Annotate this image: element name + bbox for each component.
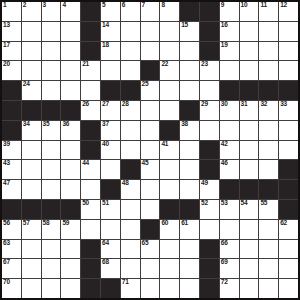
blocked-cell: [180, 101, 199, 120]
grid-cell[interactable]: [141, 259, 160, 278]
grid-cell[interactable]: 28: [121, 101, 140, 120]
grid-cell[interactable]: [279, 141, 298, 160]
clue-number: 9: [221, 2, 224, 9]
clue-number: 14: [102, 22, 109, 29]
clue-number: 19: [221, 42, 228, 49]
clue-number: 22: [161, 61, 168, 68]
grid-cell[interactable]: [81, 220, 100, 239]
clue-number: 61: [181, 220, 188, 227]
grid-cell[interactable]: [160, 180, 179, 199]
blocked-cell: [101, 279, 120, 298]
blocked-cell: [81, 121, 100, 140]
grid-cell[interactable]: [279, 240, 298, 259]
grid-cell[interactable]: 60: [160, 220, 179, 239]
blocked-cell: [81, 240, 100, 259]
grid-cell[interactable]: 56: [2, 220, 21, 239]
blocked-cell: [220, 81, 239, 100]
grid-cell[interactable]: 22: [160, 61, 179, 80]
grid-cell[interactable]: 17: [2, 42, 21, 61]
clue-number: 23: [201, 61, 208, 68]
clue-number: 68: [102, 259, 109, 266]
grid-cell[interactable]: [61, 160, 80, 179]
blocked-cell: [42, 101, 61, 120]
blocked-cell: [81, 279, 100, 298]
grid-cell[interactable]: [160, 101, 179, 120]
grid-cell[interactable]: [259, 121, 278, 140]
grid-cell[interactable]: [220, 61, 239, 80]
grid-cell[interactable]: 50: [81, 200, 100, 219]
clue-number: 55: [260, 200, 267, 207]
blocked-cell: [180, 200, 199, 219]
clue-number: 8: [161, 2, 164, 9]
grid-cell[interactable]: [240, 160, 259, 179]
grid-cell[interactable]: [180, 42, 199, 61]
grid-cell[interactable]: [121, 42, 140, 61]
clue-number: 37: [102, 121, 109, 128]
grid-cell[interactable]: 31: [240, 101, 259, 120]
grid-cell[interactable]: 53: [220, 200, 239, 219]
grid-cell[interactable]: [220, 121, 239, 140]
clue-number: 60: [161, 220, 168, 227]
grid-cell[interactable]: [200, 220, 219, 239]
clue-number: 3: [43, 2, 46, 9]
clue-number: 15: [181, 22, 188, 29]
clue-number: 25: [142, 81, 149, 88]
grid-cell[interactable]: [61, 180, 80, 199]
grid-cell[interactable]: 57: [22, 220, 41, 239]
clue-number: 56: [3, 220, 10, 227]
clue-number: 48: [122, 180, 129, 187]
grid-cell[interactable]: [121, 240, 140, 259]
grid-cell[interactable]: [22, 61, 41, 80]
blocked-cell: [240, 180, 259, 199]
clue-number: 29: [201, 101, 208, 108]
clue-number: 70: [3, 279, 10, 286]
clue-number: 26: [82, 101, 89, 108]
clue-number: 59: [62, 220, 69, 227]
grid-cell[interactable]: 41: [160, 141, 179, 160]
grid-cell[interactable]: [42, 180, 61, 199]
clue-number: 30: [221, 101, 228, 108]
grid-cell[interactable]: [22, 259, 41, 278]
clue-number: 11: [260, 2, 266, 9]
grid-cell[interactable]: [61, 81, 80, 100]
blocked-cell: [101, 180, 120, 199]
blocked-cell: [81, 259, 100, 278]
grid-cell[interactable]: 44: [81, 160, 100, 179]
grid-cell[interactable]: 63: [2, 240, 21, 259]
grid-cell[interactable]: [61, 259, 80, 278]
grid-cell[interactable]: [101, 61, 120, 80]
grid-cell[interactable]: [42, 81, 61, 100]
clue-number: 6: [122, 2, 125, 9]
grid-cell[interactable]: 52: [200, 200, 219, 219]
clue-number: 21: [82, 61, 89, 68]
clue-number: 31: [241, 101, 248, 108]
grid-cell[interactable]: 40: [101, 141, 120, 160]
clue-number: 40: [102, 141, 109, 148]
clue-number: 49: [201, 180, 208, 187]
grid-cell[interactable]: [259, 240, 278, 259]
grid-cell[interactable]: [180, 240, 199, 259]
clue-number: 45: [142, 160, 149, 167]
grid-cell[interactable]: [141, 200, 160, 219]
blocked-cell: [160, 200, 179, 219]
grid-cell[interactable]: 70: [2, 279, 21, 298]
grid-cell[interactable]: 1: [2, 2, 21, 21]
grid-cell[interactable]: 7: [141, 2, 160, 21]
grid-cell[interactable]: 21: [81, 61, 100, 80]
clue-number: 12: [280, 2, 287, 9]
grid-cell[interactable]: 64: [101, 240, 120, 259]
clue-number: 42: [221, 141, 228, 148]
grid-cell[interactable]: 25: [141, 81, 160, 100]
grid-cell[interactable]: [279, 22, 298, 41]
clue-number: 18: [102, 42, 109, 49]
grid-cell[interactable]: [61, 141, 80, 160]
blocked-cell: [200, 42, 219, 61]
grid-cell[interactable]: 49: [200, 180, 219, 199]
grid-cell[interactable]: [101, 160, 120, 179]
grid-cell[interactable]: 13: [2, 22, 21, 41]
grid-cell[interactable]: 46: [220, 160, 239, 179]
grid-cell[interactable]: [141, 141, 160, 160]
grid-cell[interactable]: [42, 22, 61, 41]
blocked-cell: [81, 42, 100, 61]
grid-cell[interactable]: [160, 259, 179, 278]
grid-cell[interactable]: [121, 220, 140, 239]
blocked-cell: [279, 180, 298, 199]
grid-cell[interactable]: [42, 259, 61, 278]
clue-number: 44: [82, 160, 89, 167]
grid-cell[interactable]: [22, 160, 41, 179]
blocked-cell: [42, 200, 61, 219]
grid-cell[interactable]: 35: [42, 121, 61, 140]
clue-number: 62: [280, 220, 287, 227]
clue-number: 53: [221, 200, 228, 207]
grid-cell[interactable]: 4: [61, 2, 80, 21]
grid-cell[interactable]: [81, 180, 100, 199]
grid-cell[interactable]: [101, 220, 120, 239]
grid-cell[interactable]: [259, 160, 278, 179]
grid-cell[interactable]: [259, 279, 278, 298]
grid-cell[interactable]: 67: [2, 259, 21, 278]
clue-number: 10: [241, 2, 248, 9]
grid-cell[interactable]: [259, 259, 278, 278]
grid-cell[interactable]: [141, 101, 160, 120]
grid-cell[interactable]: [240, 22, 259, 41]
blocked-cell: [160, 121, 179, 140]
grid-cell[interactable]: [240, 240, 259, 259]
clue-number: 41: [161, 141, 168, 148]
grid-cell[interactable]: [220, 220, 239, 239]
clue-number: 67: [3, 259, 10, 266]
blocked-cell: [220, 180, 239, 199]
clue-number: 57: [23, 220, 30, 227]
grid-cell[interactable]: 61: [180, 220, 199, 239]
grid-cell[interactable]: 29: [200, 101, 219, 120]
clue-number: 33: [280, 101, 287, 108]
blocked-cell: [81, 2, 100, 21]
clue-number: 27: [102, 101, 109, 108]
grid-cell[interactable]: [259, 141, 278, 160]
clue-number: 2: [23, 2, 26, 9]
blocked-cell: [200, 2, 219, 21]
clue-number: 51: [102, 200, 109, 207]
grid-cell[interactable]: 62: [279, 220, 298, 239]
clue-number: 52: [201, 200, 208, 207]
grid-cell[interactable]: [279, 61, 298, 80]
clue-number: 46: [221, 160, 228, 167]
grid-cell[interactable]: [61, 42, 80, 61]
grid-cell[interactable]: [121, 200, 140, 219]
grid-cell[interactable]: [160, 279, 179, 298]
clue-number: 38: [181, 121, 188, 128]
grid-cell[interactable]: [279, 279, 298, 298]
grid-cell[interactable]: [279, 121, 298, 140]
grid-cell[interactable]: 38: [180, 121, 199, 140]
blocked-cell: [180, 2, 199, 21]
crossword-board: 1234567891011121314151617181920212223242…: [0, 0, 300, 300]
grid-cell[interactable]: 58: [42, 220, 61, 239]
grid-cell[interactable]: [61, 61, 80, 80]
grid-cell[interactable]: [180, 259, 199, 278]
grid-cell[interactable]: 18: [101, 42, 120, 61]
grid-cell[interactable]: [259, 42, 278, 61]
grid-cell[interactable]: [160, 42, 179, 61]
grid-cell[interactable]: [240, 220, 259, 239]
blocked-cell: [200, 22, 219, 41]
clue-number: 35: [43, 121, 50, 128]
grid-cell[interactable]: [42, 42, 61, 61]
clue-number: 5: [102, 2, 105, 9]
grid-cell[interactable]: 71: [121, 279, 140, 298]
clue-number: 54: [241, 200, 248, 207]
blocked-cell: [101, 81, 120, 100]
grid-cell[interactable]: 10: [240, 2, 259, 21]
grid-cell[interactable]: [22, 141, 41, 160]
grid-cell[interactable]: 9: [220, 2, 239, 21]
clue-number: 58: [43, 220, 50, 227]
blocked-cell: [2, 121, 21, 140]
grid-cell[interactable]: 43: [2, 160, 21, 179]
grid-cell[interactable]: 65: [141, 240, 160, 259]
grid-cell[interactable]: 16: [220, 22, 239, 41]
grid-cell[interactable]: 12: [279, 2, 298, 21]
clue-number: 65: [142, 240, 149, 247]
grid-cell[interactable]: [160, 240, 179, 259]
clue-number: 7: [142, 2, 145, 9]
blocked-cell: [200, 160, 219, 179]
grid-cell[interactable]: 5: [101, 2, 120, 21]
blocked-cell: [240, 81, 259, 100]
grid-cell[interactable]: 30: [220, 101, 239, 120]
grid-cell[interactable]: [180, 81, 199, 100]
grid-cell[interactable]: 23: [200, 61, 219, 80]
grid-cell[interactable]: [279, 42, 298, 61]
grid-cell[interactable]: 66: [220, 240, 239, 259]
clue-number: 28: [122, 101, 129, 108]
grid-cell[interactable]: [61, 240, 80, 259]
grid-cell[interactable]: [180, 279, 199, 298]
clue-number: 64: [102, 240, 109, 247]
grid-cell[interactable]: [259, 220, 278, 239]
grid-cell[interactable]: 72: [220, 279, 239, 298]
grid-cell[interactable]: 15: [180, 22, 199, 41]
grid-cell[interactable]: 19: [220, 42, 239, 61]
clue-number: 71: [122, 279, 129, 286]
clue-number: 20: [3, 61, 10, 68]
grid-cell[interactable]: [240, 42, 259, 61]
clue-number: 36: [62, 121, 69, 128]
grid-cell[interactable]: [61, 22, 80, 41]
clue-number: 66: [221, 240, 228, 247]
grid-cell[interactable]: [61, 279, 80, 298]
grid-cell[interactable]: [200, 121, 219, 140]
blocked-cell: [121, 81, 140, 100]
grid-cell[interactable]: 36: [61, 121, 80, 140]
grid-cell[interactable]: [121, 259, 140, 278]
blocked-cell: [2, 81, 21, 100]
clue-number: 16: [221, 22, 228, 29]
blocked-cell: [141, 220, 160, 239]
grid-cell[interactable]: 11: [259, 2, 278, 21]
grid-cell[interactable]: [180, 180, 199, 199]
grid-cell[interactable]: [240, 141, 259, 160]
clue-number: 13: [3, 22, 10, 29]
grid-cell[interactable]: 2: [22, 2, 41, 21]
grid-cell[interactable]: 37: [101, 121, 120, 140]
blocked-cell: [259, 81, 278, 100]
grid-cell[interactable]: 48: [121, 180, 140, 199]
clue-number: 69: [221, 259, 228, 266]
grid-cell[interactable]: [81, 81, 100, 100]
grid-cell[interactable]: [22, 279, 41, 298]
clue-number: 17: [3, 42, 10, 49]
grid-cell[interactable]: [141, 22, 160, 41]
grid-cell[interactable]: [240, 279, 259, 298]
grid-cell[interactable]: 33: [279, 101, 298, 120]
grid-cell[interactable]: 3: [42, 2, 61, 21]
grid-cell[interactable]: [180, 61, 199, 80]
grid-cell[interactable]: 6: [121, 2, 140, 21]
blocked-cell: [279, 81, 298, 100]
grid-cell[interactable]: [22, 180, 41, 199]
blocked-cell: [81, 141, 100, 160]
grid-cell[interactable]: [22, 240, 41, 259]
blocked-cell: [2, 200, 21, 219]
grid-cell[interactable]: [160, 160, 179, 179]
grid-cell[interactable]: [279, 259, 298, 278]
clue-number: 4: [62, 2, 65, 9]
blocked-cell: [279, 160, 298, 179]
blocked-cell: [279, 200, 298, 219]
grid-cell[interactable]: 14: [101, 22, 120, 41]
grid-cell[interactable]: [22, 22, 41, 41]
grid-cell[interactable]: [180, 141, 199, 160]
grid-cell[interactable]: 34: [22, 121, 41, 140]
blocked-cell: [61, 101, 80, 120]
grid-cell[interactable]: [240, 259, 259, 278]
grid-cell[interactable]: [259, 61, 278, 80]
grid-cell[interactable]: [160, 81, 179, 100]
clue-number: 63: [3, 240, 10, 247]
clue-number: 34: [23, 121, 30, 128]
grid-cell[interactable]: [42, 279, 61, 298]
grid-cell[interactable]: 32: [259, 101, 278, 120]
blocked-cell: [200, 259, 219, 278]
grid-cell[interactable]: [42, 160, 61, 179]
grid-cell[interactable]: [141, 279, 160, 298]
grid-cell[interactable]: 39: [2, 141, 21, 160]
grid-cell[interactable]: [141, 180, 160, 199]
grid-cell[interactable]: [121, 61, 140, 80]
grid-cell[interactable]: [22, 42, 41, 61]
grid-cell[interactable]: [141, 42, 160, 61]
grid-cell[interactable]: 51: [101, 200, 120, 219]
grid-cell[interactable]: 54: [240, 200, 259, 219]
blocked-cell: [200, 279, 219, 298]
blocked-cell: [200, 240, 219, 259]
grid-cell[interactable]: [160, 22, 179, 41]
grid-cell[interactable]: 24: [22, 81, 41, 100]
blocked-cell: [61, 200, 80, 219]
grid-cell[interactable]: 20: [2, 61, 21, 80]
clue-number: 32: [260, 101, 267, 108]
clue-number: 1: [3, 2, 6, 9]
blocked-cell: [81, 22, 100, 41]
grid-cell[interactable]: 45: [141, 160, 160, 179]
clue-number: 43: [3, 160, 10, 167]
grid-cell[interactable]: [42, 240, 61, 259]
grid-cell[interactable]: [121, 22, 140, 41]
blocked-cell: [22, 200, 41, 219]
grid-cell[interactable]: [180, 160, 199, 179]
grid-cell[interactable]: 59: [61, 220, 80, 239]
blocked-cell: [2, 101, 21, 120]
clue-number: 39: [3, 141, 10, 148]
grid-cell[interactable]: [42, 141, 61, 160]
grid-cell[interactable]: 55: [259, 200, 278, 219]
grid-cell[interactable]: [42, 61, 61, 80]
clue-number: 24: [23, 81, 30, 88]
blocked-cell: [259, 180, 278, 199]
grid-cell[interactable]: 26: [81, 101, 100, 120]
grid-cell[interactable]: 8: [160, 2, 179, 21]
grid-cell[interactable]: [141, 121, 160, 140]
clue-number: 50: [82, 200, 89, 207]
blocked-cell: [141, 61, 160, 80]
grid-cell[interactable]: [121, 141, 140, 160]
blocked-cell: [200, 141, 219, 160]
grid-cell[interactable]: 68: [101, 259, 120, 278]
grid-cell[interactable]: [240, 121, 259, 140]
grid-cell[interactable]: 47: [2, 180, 21, 199]
clue-number: 72: [221, 279, 228, 286]
grid-cell[interactable]: [121, 121, 140, 140]
clue-number: 47: [3, 180, 10, 187]
grid-cell[interactable]: [200, 81, 219, 100]
grid-cell[interactable]: 69: [220, 259, 239, 278]
grid-cell[interactable]: [240, 61, 259, 80]
blocked-cell: [121, 160, 140, 179]
grid-cell[interactable]: 27: [101, 101, 120, 120]
blocked-cell: [22, 101, 41, 120]
grid-cell[interactable]: [259, 22, 278, 41]
grid-cell[interactable]: 42: [220, 141, 239, 160]
